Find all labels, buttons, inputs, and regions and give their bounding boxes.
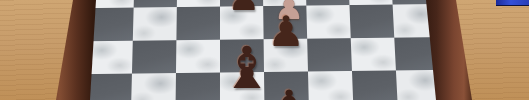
square[interactable] [132,40,176,74]
square[interactable] [89,8,133,41]
square[interactable] [87,74,132,100]
square[interactable] [308,71,353,100]
square[interactable] [88,40,133,74]
square[interactable] [131,73,176,100]
black-pawn-d6[interactable]: ♟ [226,0,262,16]
square[interactable] [176,73,220,100]
black-pawn-e3[interactable]: ♟ [266,84,312,100]
square[interactable] [349,5,394,38]
square[interactable] [176,39,220,73]
square[interactable] [133,7,177,40]
square[interactable] [352,70,398,100]
square[interactable] [307,38,352,72]
square[interactable] [176,7,220,40]
square[interactable] [306,5,350,38]
chess-3d-scene: ♟♟♟♝♟ [0,0,529,100]
blue-ui-fragment[interactable] [496,0,529,6]
square[interactable] [351,37,396,71]
